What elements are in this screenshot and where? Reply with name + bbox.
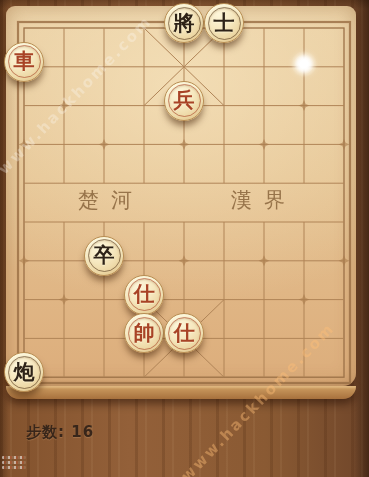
piece-glyph: 炮: [14, 353, 35, 392]
river-label-right: 漢界: [231, 188, 297, 212]
piece-red-chariot[interactable]: 車: [4, 42, 44, 82]
move-counter-label: 步数:: [26, 423, 65, 441]
move-counter: 步数: 16: [26, 423, 94, 442]
piece-red-advisor-2[interactable]: 仕: [164, 313, 204, 353]
piece-glyph: 兵: [174, 81, 195, 120]
piece-glyph: 將: [174, 4, 195, 43]
piece-glyph: 仕: [134, 275, 155, 314]
board-bevel-edge: [6, 386, 356, 399]
piece-glyph: 車: [14, 42, 35, 81]
piece-black-cannon[interactable]: 炮: [4, 352, 44, 392]
piece-glyph: 士: [214, 4, 235, 43]
piece-black-advisor[interactable]: 士: [204, 3, 244, 43]
sparkle-highlight: [291, 51, 317, 77]
game-screen: 楚河 漢界 將士車兵卒仕帥仕炮 步数: 16 www.hackhome.com …: [0, 0, 369, 477]
move-counter-value: 16: [71, 423, 94, 441]
pixel-watermark: [2, 456, 26, 472]
piece-glyph: 帥: [134, 314, 155, 353]
piece-red-general[interactable]: 帥: [124, 313, 164, 353]
piece-black-general[interactable]: 將: [164, 3, 204, 43]
piece-black-soldier[interactable]: 卒: [84, 236, 124, 276]
piece-glyph: 卒: [94, 236, 115, 275]
piece-red-soldier[interactable]: 兵: [164, 81, 204, 121]
piece-glyph: 仕: [174, 314, 195, 353]
piece-red-advisor-1[interactable]: 仕: [124, 275, 164, 315]
river-label-left: 楚河: [78, 188, 144, 212]
